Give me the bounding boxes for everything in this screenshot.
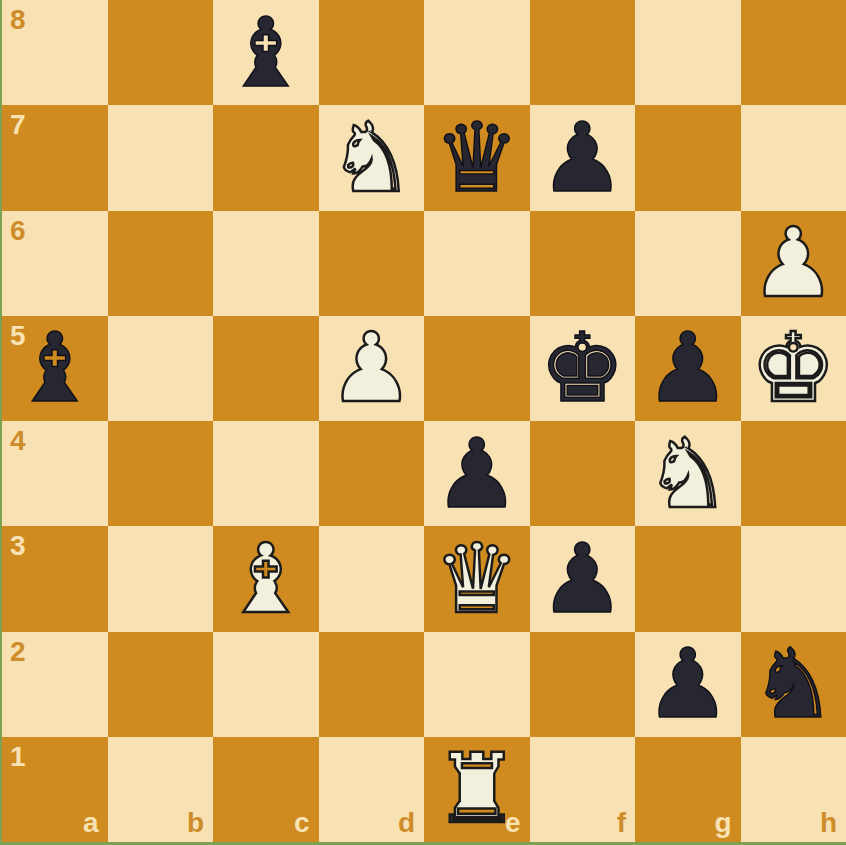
square-b4[interactable] — [108, 421, 214, 526]
square-e3[interactable]: ♛ — [424, 526, 530, 631]
square-h8[interactable] — [741, 0, 846, 105]
square-d5[interactable]: ♟ — [319, 316, 425, 421]
square-e7[interactable]: ♛ — [424, 105, 530, 210]
square-f5[interactable]: ♚ — [530, 316, 636, 421]
square-b3[interactable] — [108, 526, 214, 631]
black-pawn-f7[interactable]: ♟ — [530, 105, 636, 210]
square-g2[interactable]: ♟ — [635, 632, 741, 737]
black-queen-e7[interactable]: ♛ — [424, 105, 530, 210]
rank-label-1: 1 — [10, 743, 26, 771]
square-d2[interactable] — [319, 632, 425, 737]
black-knight-h2[interactable]: ♞ — [741, 632, 846, 737]
white-king-h5[interactable]: ♚ — [741, 316, 846, 421]
square-h1[interactable]: h — [741, 737, 846, 842]
white-bishop-c3[interactable]: ♝ — [213, 526, 319, 631]
square-f7[interactable]: ♟ — [530, 105, 636, 210]
black-bishop-c8[interactable]: ♝ — [213, 0, 319, 105]
square-e1[interactable]: e♜ — [424, 737, 530, 842]
square-a7[interactable]: 7 — [2, 105, 108, 210]
square-c3[interactable]: ♝ — [213, 526, 319, 631]
rank-label-8: 8 — [10, 6, 26, 34]
square-e8[interactable] — [424, 0, 530, 105]
white-knight-g4[interactable]: ♞ — [635, 421, 741, 526]
square-d4[interactable] — [319, 421, 425, 526]
file-label-g: g — [714, 809, 731, 837]
file-label-a: a — [83, 809, 99, 837]
file-label-f: f — [617, 809, 626, 837]
black-pawn-e4[interactable]: ♟ — [424, 421, 530, 526]
square-g3[interactable] — [635, 526, 741, 631]
square-e5[interactable] — [424, 316, 530, 421]
square-g4[interactable]: ♞ — [635, 421, 741, 526]
black-pawn-g2[interactable]: ♟ — [635, 632, 741, 737]
square-f8[interactable] — [530, 0, 636, 105]
square-g1[interactable]: g — [635, 737, 741, 842]
square-b1[interactable]: b — [108, 737, 214, 842]
square-a5[interactable]: 5♝ — [2, 316, 108, 421]
white-queen-e3[interactable]: ♛ — [424, 526, 530, 631]
square-g6[interactable] — [635, 211, 741, 316]
rank-label-2: 2 — [10, 638, 26, 666]
square-e6[interactable] — [424, 211, 530, 316]
file-label-h: h — [820, 809, 837, 837]
black-king-f5[interactable]: ♚ — [530, 316, 636, 421]
square-b2[interactable] — [108, 632, 214, 737]
square-h7[interactable] — [741, 105, 846, 210]
square-b8[interactable] — [108, 0, 214, 105]
square-a3[interactable]: 3 — [2, 526, 108, 631]
square-a8[interactable]: 8 — [2, 0, 108, 105]
square-e2[interactable] — [424, 632, 530, 737]
square-c8[interactable]: ♝ — [213, 0, 319, 105]
square-c5[interactable] — [213, 316, 319, 421]
square-h6[interactable]: ♟ — [741, 211, 846, 316]
square-f2[interactable] — [530, 632, 636, 737]
white-pawn-h6[interactable]: ♟ — [741, 211, 846, 316]
rank-label-4: 4 — [10, 427, 26, 455]
white-pawn-d5[interactable]: ♟ — [319, 316, 425, 421]
square-g7[interactable] — [635, 105, 741, 210]
square-b6[interactable] — [108, 211, 214, 316]
white-knight-d7[interactable]: ♞ — [319, 105, 425, 210]
black-bishop-a5[interactable]: ♝ — [2, 316, 108, 421]
square-b7[interactable] — [108, 105, 214, 210]
square-a4[interactable]: 4 — [2, 421, 108, 526]
square-a1[interactable]: 1a — [2, 737, 108, 842]
square-c6[interactable] — [213, 211, 319, 316]
chess-board: 8♝7♞♛♟6♟5♝♟♚♟♚4♟♞3♝♛♟2♟♞1abcde♜fgh — [2, 0, 846, 842]
square-d6[interactable] — [319, 211, 425, 316]
square-g5[interactable]: ♟ — [635, 316, 741, 421]
rank-label-3: 3 — [10, 532, 26, 560]
square-a6[interactable]: 6 — [2, 211, 108, 316]
square-b5[interactable] — [108, 316, 214, 421]
square-c7[interactable] — [213, 105, 319, 210]
square-a2[interactable]: 2 — [2, 632, 108, 737]
square-g8[interactable] — [635, 0, 741, 105]
black-pawn-g5[interactable]: ♟ — [635, 316, 741, 421]
black-pawn-f3[interactable]: ♟ — [530, 526, 636, 631]
square-d1[interactable]: d — [319, 737, 425, 842]
square-e4[interactable]: ♟ — [424, 421, 530, 526]
file-label-c: c — [294, 809, 310, 837]
square-f1[interactable]: f — [530, 737, 636, 842]
square-f4[interactable] — [530, 421, 636, 526]
square-h2[interactable]: ♞ — [741, 632, 846, 737]
square-d3[interactable] — [319, 526, 425, 631]
white-rook-e1[interactable]: ♜ — [424, 737, 530, 842]
file-label-b: b — [187, 809, 204, 837]
square-d7[interactable]: ♞ — [319, 105, 425, 210]
square-d8[interactable] — [319, 0, 425, 105]
square-c2[interactable] — [213, 632, 319, 737]
file-label-d: d — [398, 809, 415, 837]
square-h3[interactable] — [741, 526, 846, 631]
square-c4[interactable] — [213, 421, 319, 526]
square-c1[interactable]: c — [213, 737, 319, 842]
square-f6[interactable] — [530, 211, 636, 316]
square-h5[interactable]: ♚ — [741, 316, 846, 421]
square-f3[interactable]: ♟ — [530, 526, 636, 631]
rank-label-7: 7 — [10, 111, 26, 139]
square-h4[interactable] — [741, 421, 846, 526]
rank-label-6: 6 — [10, 217, 26, 245]
